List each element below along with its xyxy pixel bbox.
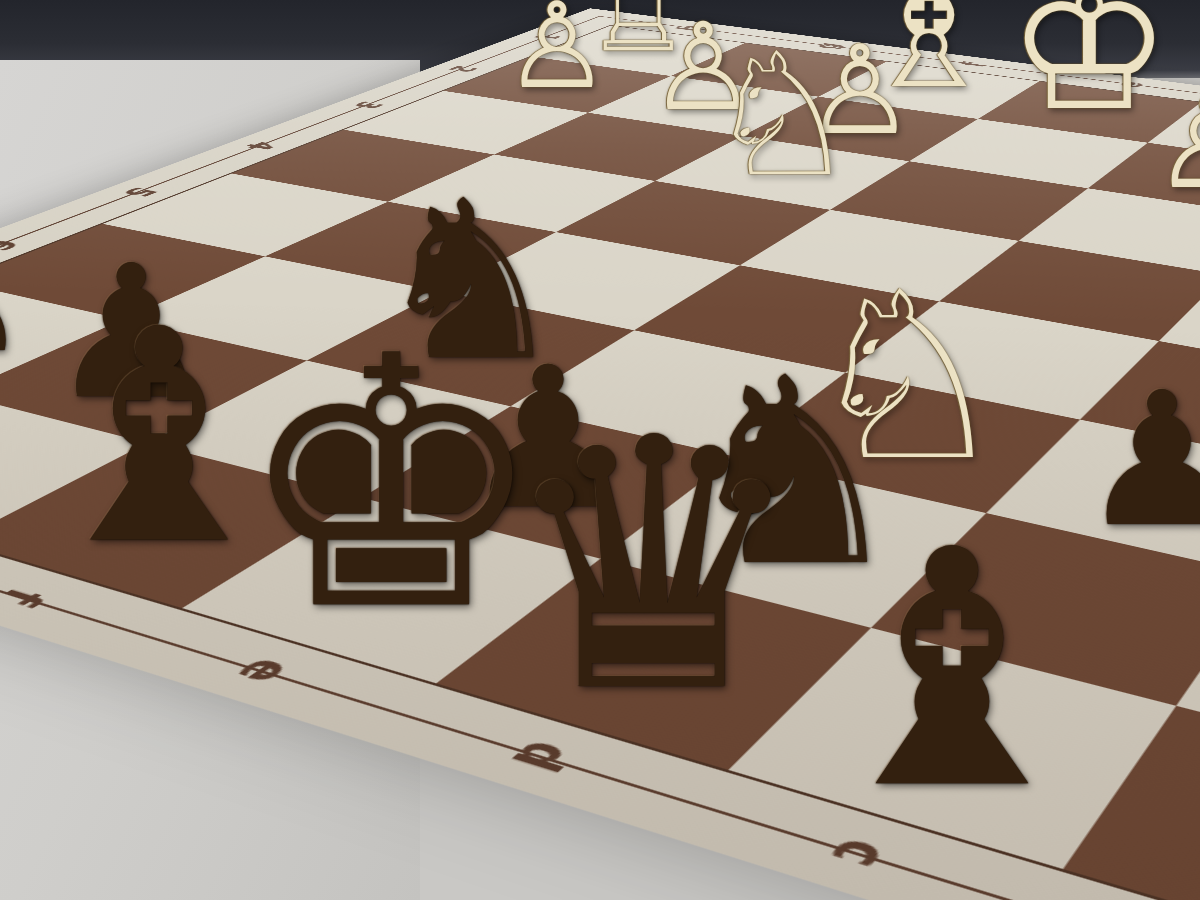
file-label-e-far: e (1106, 80, 1151, 90)
file-label-c-near: c (812, 831, 910, 877)
rank-label-1-left: 1 (526, 33, 568, 41)
file-label-f-far: f (953, 61, 993, 68)
rank-label-6-left: 6 (0, 237, 28, 253)
file-label-f-near: f (0, 584, 58, 611)
file-label-e-near: e (221, 653, 309, 690)
file-label-d-near: d (494, 734, 589, 778)
rank-label-4-left: 4 (236, 140, 286, 152)
chessboard-photo-scene: { "game": "chess", "scene": { "descripti… (0, 0, 1200, 900)
file-label-g-far: g (805, 41, 847, 50)
file-label-h-far: h (669, 24, 710, 32)
rank-label-2-left: 2 (440, 64, 484, 73)
rank-label-3-left: 3 (344, 100, 391, 110)
rank-label-5-left: 5 (113, 185, 166, 199)
